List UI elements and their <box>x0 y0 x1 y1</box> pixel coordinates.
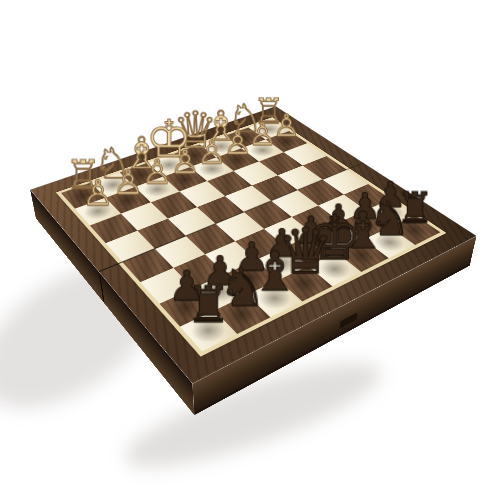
product-photo: ♖♘♗♔♕♗♘♖♙♙♙♙♙♙♙♙♟♟♟♟♟♟♟♟♜♞♝♛♚♝♞♜ <box>0 0 500 500</box>
square-g8: ♞ <box>364 227 415 258</box>
clasp-icon <box>340 312 358 329</box>
black-rook: ♜ <box>382 187 448 229</box>
